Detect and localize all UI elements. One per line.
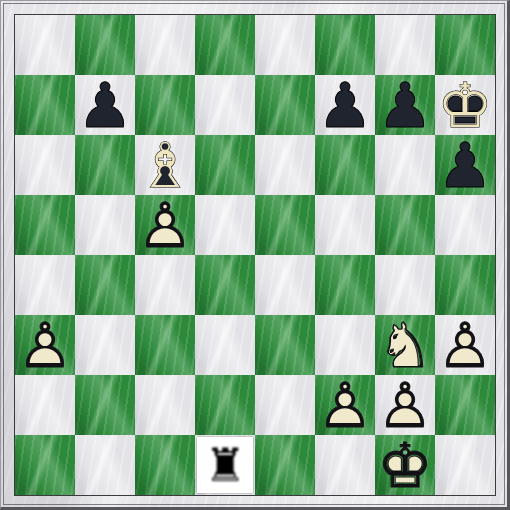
square-d2[interactable] [195, 375, 255, 435]
square-d6[interactable] [195, 135, 255, 195]
square-d5[interactable] [195, 195, 255, 255]
piece-black-pawn[interactable]: ♟ [315, 75, 375, 135]
black-bishop-detail-lines: ♗ [135, 136, 195, 196]
square-g3[interactable]: ♞♘ [375, 315, 435, 375]
piece-black-bishop[interactable]: ♝♗ [135, 135, 195, 195]
piece-black-pawn[interactable]: ♟ [435, 135, 495, 195]
square-d3[interactable] [195, 315, 255, 375]
square-c1[interactable] [135, 435, 195, 495]
square-d7[interactable] [195, 75, 255, 135]
square-h2[interactable] [435, 375, 495, 435]
black-pawn-glyph: ♟ [75, 76, 135, 136]
white-pawn-detail-lines: ♙ [435, 316, 495, 376]
square-b7[interactable]: ♟ [75, 75, 135, 135]
square-b5[interactable] [75, 195, 135, 255]
square-b8[interactable] [75, 15, 135, 75]
square-g8[interactable] [375, 15, 435, 75]
square-a8[interactable] [15, 15, 75, 75]
square-f1[interactable] [315, 435, 375, 495]
square-e4[interactable] [255, 255, 315, 315]
square-b3[interactable] [75, 315, 135, 375]
square-f6[interactable] [315, 135, 375, 195]
square-h5[interactable] [435, 195, 495, 255]
piece-black-king[interactable]: ♚♔ [435, 75, 495, 135]
square-e3[interactable] [255, 315, 315, 375]
square-f8[interactable] [315, 15, 375, 75]
square-e2[interactable] [255, 375, 315, 435]
white-pawn-detail-lines: ♙ [315, 376, 375, 436]
square-c5[interactable]: ♟♙ [135, 195, 195, 255]
square-g4[interactable] [375, 255, 435, 315]
square-h4[interactable] [435, 255, 495, 315]
white-knight-detail-lines: ♘ [375, 316, 435, 376]
square-b1[interactable] [75, 435, 135, 495]
square-h3[interactable]: ♟♙ [435, 315, 495, 375]
square-g7[interactable]: ♟ [375, 75, 435, 135]
square-c6[interactable]: ♝♗ [135, 135, 195, 195]
square-h7[interactable]: ♚♔ [435, 75, 495, 135]
piece-white-knight[interactable]: ♞♘ [375, 315, 435, 375]
piece-white-pawn[interactable]: ♟♙ [375, 375, 435, 435]
square-e8[interactable] [255, 15, 315, 75]
square-g1[interactable]: ♚♔ [375, 435, 435, 495]
white-pawn-detail-lines: ♙ [375, 376, 435, 436]
piece-black-pawn[interactable]: ♟ [375, 75, 435, 135]
piece-white-king[interactable]: ♚♔ [375, 435, 435, 495]
square-a5[interactable] [15, 195, 75, 255]
square-d8[interactable] [195, 15, 255, 75]
square-a7[interactable] [15, 75, 75, 135]
square-g6[interactable] [375, 135, 435, 195]
square-h6[interactable]: ♟ [435, 135, 495, 195]
square-h1[interactable] [435, 435, 495, 495]
square-b6[interactable] [75, 135, 135, 195]
square-e5[interactable] [255, 195, 315, 255]
piece-black-rook[interactable]: ♜ [195, 435, 255, 495]
square-e7[interactable] [255, 75, 315, 135]
square-c8[interactable] [135, 15, 195, 75]
square-a6[interactable] [15, 135, 75, 195]
square-f5[interactable] [315, 195, 375, 255]
square-h8[interactable] [435, 15, 495, 75]
black-pawn-glyph: ♟ [435, 136, 495, 196]
white-pawn-detail-lines: ♙ [15, 316, 75, 376]
chess-board: ♟♟♟♚♔♝♗♟♟♙♟♙♞♘♟♙♟♙♟♙♜♚♔ [14, 14, 496, 496]
piece-white-pawn[interactable]: ♟♙ [435, 315, 495, 375]
piece-black-pawn[interactable]: ♟ [75, 75, 135, 135]
square-c3[interactable] [135, 315, 195, 375]
square-c4[interactable] [135, 255, 195, 315]
square-a4[interactable] [15, 255, 75, 315]
black-pawn-glyph: ♟ [315, 76, 375, 136]
square-f3[interactable] [315, 315, 375, 375]
black-rook-glyph: ♜ [195, 435, 255, 495]
black-pawn-glyph: ♟ [375, 76, 435, 136]
square-a3[interactable]: ♟♙ [15, 315, 75, 375]
square-c7[interactable] [135, 75, 195, 135]
piece-white-pawn[interactable]: ♟♙ [135, 195, 195, 255]
board-frame: ♟♟♟♚♔♝♗♟♟♙♟♙♞♘♟♙♟♙♟♙♜♚♔ [0, 0, 510, 510]
square-d1[interactable]: ♜ [195, 435, 255, 495]
square-d4[interactable] [195, 255, 255, 315]
white-king-detail-lines: ♔ [375, 436, 435, 496]
square-f2[interactable]: ♟♙ [315, 375, 375, 435]
square-g2[interactable]: ♟♙ [375, 375, 435, 435]
square-e1[interactable] [255, 435, 315, 495]
square-e6[interactable] [255, 135, 315, 195]
square-b2[interactable] [75, 375, 135, 435]
square-f4[interactable] [315, 255, 375, 315]
piece-white-pawn[interactable]: ♟♙ [315, 375, 375, 435]
square-c2[interactable] [135, 375, 195, 435]
square-a1[interactable] [15, 435, 75, 495]
black-king-detail-lines: ♔ [435, 76, 495, 136]
square-f7[interactable]: ♟ [315, 75, 375, 135]
square-a2[interactable] [15, 375, 75, 435]
square-g5[interactable] [375, 195, 435, 255]
piece-white-pawn[interactable]: ♟♙ [15, 315, 75, 375]
square-b4[interactable] [75, 255, 135, 315]
white-pawn-detail-lines: ♙ [135, 196, 195, 256]
